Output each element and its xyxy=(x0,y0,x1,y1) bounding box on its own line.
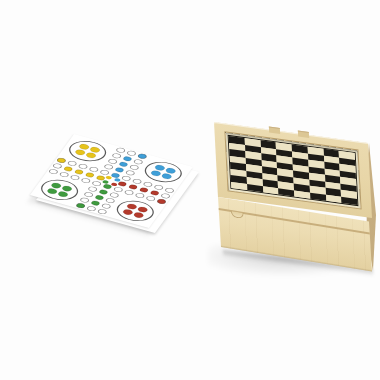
ludo-start-red xyxy=(156,199,166,205)
ludo-track-cell xyxy=(164,188,174,194)
ludo-home-yellow xyxy=(63,166,73,172)
ludo-track-cell xyxy=(84,192,94,198)
lid-back-notch xyxy=(269,126,280,133)
ludo-home-red xyxy=(150,190,160,196)
ludo-home-blue xyxy=(110,173,120,179)
board-square xyxy=(326,194,342,203)
ludo-track-cell xyxy=(86,206,96,212)
ludo-home-red xyxy=(139,187,149,193)
ludo-center-dot-blue xyxy=(114,178,121,182)
ludo-track-cell xyxy=(113,187,123,193)
ludo-track-cell xyxy=(100,170,110,176)
ludo-home-green xyxy=(94,195,104,201)
checkerboard xyxy=(229,136,358,205)
ludo-track-cell xyxy=(78,164,88,170)
board-square xyxy=(263,186,279,195)
ludo-track-cell xyxy=(135,193,145,199)
ludo-track-cell xyxy=(89,167,99,173)
ludo-track-cell xyxy=(67,161,77,167)
ludo-home-blue xyxy=(122,156,132,162)
ludo-track-cell xyxy=(160,193,170,199)
ludo-track-cell xyxy=(70,175,80,181)
ludo-home-yellow xyxy=(85,172,95,178)
board-square xyxy=(294,190,310,199)
board-square xyxy=(341,196,357,205)
ludo-track-cell xyxy=(116,147,126,153)
ludo-base-ring-yellow xyxy=(65,138,111,164)
ludo-track-cell xyxy=(52,163,62,169)
ludo-track-cell xyxy=(81,178,91,184)
ludo-track-cell xyxy=(80,197,90,203)
ludo-home-yellow xyxy=(74,169,84,175)
ludo-track-cell xyxy=(109,192,119,198)
product-photo-scene xyxy=(0,0,380,380)
ludo-start-yellow xyxy=(56,158,66,164)
ludo-home-blue xyxy=(118,161,128,167)
board-recess xyxy=(225,132,360,208)
ludo-track-cell xyxy=(121,176,131,182)
board-square xyxy=(231,181,247,190)
ludo-track-cell xyxy=(104,164,114,170)
ludo-track-cell xyxy=(108,158,118,164)
ludo-track-cell xyxy=(112,153,122,159)
ludo-base-ring-blue xyxy=(140,159,186,185)
ludo-center-dot-green xyxy=(102,180,109,184)
ludo-track-cell xyxy=(48,169,58,175)
ludo-home-red xyxy=(117,181,127,187)
lid-back-notch xyxy=(298,130,309,137)
ludo-center-dot-yellow xyxy=(105,175,112,179)
ludo-home-red xyxy=(128,184,138,190)
ludo-center-dot-red xyxy=(110,182,117,186)
ludo-home-green xyxy=(90,200,100,206)
ludo-home-blue xyxy=(114,167,124,173)
ludo-track-cell xyxy=(124,190,134,196)
ludo-track-cell xyxy=(125,170,135,176)
ludo-track-cell xyxy=(126,150,136,156)
ludo-track-cell xyxy=(154,185,164,191)
ludo-track-cell xyxy=(146,196,156,202)
board-square xyxy=(247,184,263,193)
ludo-start-green xyxy=(76,203,86,209)
ludo-track-cell xyxy=(92,181,102,187)
ludo-track-cell xyxy=(132,179,142,185)
ludo-home-green xyxy=(98,189,108,195)
board-square xyxy=(310,192,326,201)
ludo-home-green xyxy=(102,184,112,190)
board-square xyxy=(278,188,294,197)
ludo-track-cell xyxy=(143,182,153,188)
ludo-track-cell xyxy=(97,209,107,215)
ludo-track-cell xyxy=(129,164,139,170)
ludo-track-cell xyxy=(105,198,115,204)
ludo-home-yellow xyxy=(96,175,106,181)
ludo-start-blue xyxy=(137,153,147,159)
ludo-track-cell xyxy=(101,203,111,209)
board-frame xyxy=(228,135,359,206)
ludo-track-cell xyxy=(59,172,69,178)
ludo-track-cell xyxy=(88,186,98,192)
ludo-track-cell xyxy=(133,159,143,165)
